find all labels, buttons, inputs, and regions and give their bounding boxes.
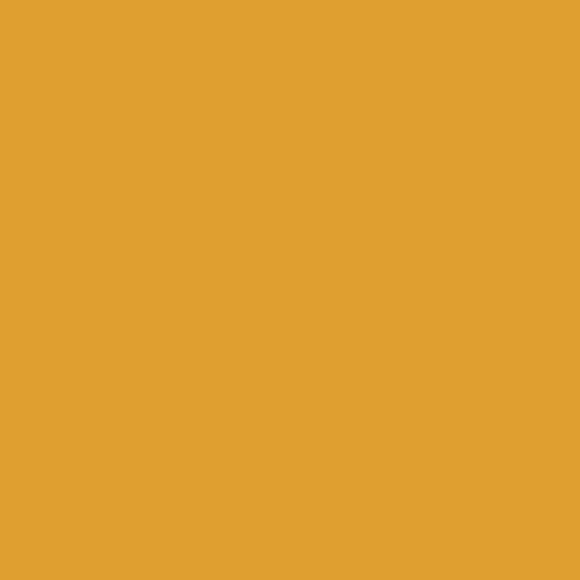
go-board-app <box>0 0 580 580</box>
board-grid-lines <box>0 0 580 580</box>
